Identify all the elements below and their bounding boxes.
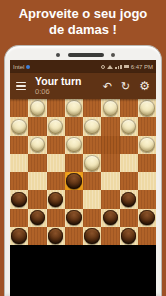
square-6-3[interactable]	[65, 209, 83, 227]
square-0-0[interactable]	[10, 99, 28, 117]
menu-icon[interactable]	[16, 82, 26, 91]
square-5-0[interactable]	[10, 190, 28, 208]
square-4-6[interactable]	[120, 172, 138, 190]
square-5-5[interactable]	[101, 190, 119, 208]
square-3-3[interactable]	[65, 154, 83, 172]
square-1-4[interactable]	[83, 117, 101, 135]
square-4-1[interactable]	[28, 172, 46, 190]
checker-piece-light[interactable]	[103, 100, 119, 116]
checker-piece-dark[interactable]	[66, 173, 82, 189]
redo-icon[interactable]: ↻	[121, 81, 130, 92]
board	[10, 99, 156, 245]
square-4-0[interactable]	[10, 172, 28, 190]
square-7-1[interactable]	[28, 227, 46, 245]
square-0-6[interactable]	[120, 99, 138, 117]
square-4-7[interactable]	[138, 172, 156, 190]
square-0-7[interactable]	[138, 99, 156, 117]
checker-piece-dark[interactable]	[48, 192, 64, 208]
checker-piece-light[interactable]	[66, 137, 82, 153]
square-1-5[interactable]	[101, 117, 119, 135]
square-7-4[interactable]	[83, 227, 101, 245]
checker-piece-dark[interactable]	[103, 210, 119, 226]
checker-piece-light[interactable]	[30, 137, 46, 153]
turn-title: Your turn	[35, 76, 103, 87]
checker-piece-dark[interactable]	[121, 228, 137, 244]
square-6-5[interactable]	[101, 209, 119, 227]
square-7-7[interactable]	[138, 227, 156, 245]
square-6-7[interactable]	[138, 209, 156, 227]
alarm-icon	[101, 65, 105, 69]
square-6-1[interactable]	[28, 209, 46, 227]
square-0-2[interactable]	[47, 99, 65, 117]
square-3-7[interactable]	[138, 154, 156, 172]
checker-piece-light[interactable]	[66, 100, 82, 116]
checker-piece-light[interactable]	[84, 155, 100, 171]
square-0-5[interactable]	[101, 99, 119, 117]
square-5-2[interactable]	[47, 190, 65, 208]
square-5-1[interactable]	[28, 190, 46, 208]
square-7-0[interactable]	[10, 227, 28, 245]
headline: Aproveite o seu jogo de damas !	[0, 6, 166, 38]
checker-piece-dark[interactable]	[11, 192, 27, 208]
square-4-4[interactable]	[83, 172, 101, 190]
earpiece-speaker	[68, 53, 104, 57]
clock-label: 6:47 PM	[131, 64, 153, 70]
front-camera-dot	[56, 53, 60, 57]
checker-piece-dark[interactable]	[30, 210, 46, 226]
headline-line-2: de damas !	[0, 22, 166, 38]
square-2-3[interactable]	[65, 136, 83, 154]
checker-piece-light[interactable]	[121, 119, 137, 135]
checker-piece-light[interactable]	[139, 100, 155, 116]
checker-piece-light[interactable]	[11, 119, 27, 135]
square-2-7[interactable]	[138, 136, 156, 154]
battery-icon	[124, 65, 129, 69]
square-2-4[interactable]	[83, 136, 101, 154]
square-4-2[interactable]	[47, 172, 65, 190]
wifi-icon	[107, 65, 113, 69]
square-3-4[interactable]	[83, 154, 101, 172]
checker-piece-dark[interactable]	[66, 210, 82, 226]
square-5-7[interactable]	[138, 190, 156, 208]
checker-piece-light[interactable]	[30, 100, 46, 116]
square-5-6[interactable]	[120, 190, 138, 208]
square-1-2[interactable]	[47, 117, 65, 135]
square-1-7[interactable]	[138, 117, 156, 135]
square-1-3[interactable]	[65, 117, 83, 135]
square-2-1[interactable]	[28, 136, 46, 154]
checker-piece-light[interactable]	[48, 119, 64, 135]
sensor-dot	[111, 53, 115, 57]
phone-mockup: Intel 6:47 PM Your turn 0:06	[4, 45, 162, 296]
square-3-2[interactable]	[47, 154, 65, 172]
status-bar: Intel 6:47 PM	[10, 60, 156, 73]
square-3-5[interactable]	[101, 154, 119, 172]
square-6-6[interactable]	[120, 209, 138, 227]
square-5-4[interactable]	[83, 190, 101, 208]
square-1-1[interactable]	[28, 117, 46, 135]
checker-piece-dark[interactable]	[139, 210, 155, 226]
square-2-6[interactable]	[120, 136, 138, 154]
square-2-0[interactable]	[10, 136, 28, 154]
checker-piece-dark[interactable]	[11, 228, 27, 244]
square-6-4[interactable]	[83, 209, 101, 227]
square-2-2[interactable]	[47, 136, 65, 154]
square-2-5[interactable]	[101, 136, 119, 154]
phone-screen: Intel 6:47 PM Your turn 0:06	[10, 60, 156, 296]
square-0-3[interactable]	[65, 99, 83, 117]
screen-bottom-black-area	[10, 245, 156, 296]
square-3-0[interactable]	[10, 154, 28, 172]
square-3-6[interactable]	[120, 154, 138, 172]
square-1-0[interactable]	[10, 117, 28, 135]
turn-timer: 0:06	[35, 87, 103, 96]
square-6-2[interactable]	[47, 209, 65, 227]
square-0-4[interactable]	[83, 99, 101, 117]
square-7-2[interactable]	[47, 227, 65, 245]
square-7-5[interactable]	[101, 227, 119, 245]
square-0-1[interactable]	[28, 99, 46, 117]
settings-gear-icon[interactable]: ⚙	[139, 81, 150, 92]
notification-dot-icon	[26, 65, 30, 69]
square-4-5[interactable]	[101, 172, 119, 190]
square-1-6[interactable]	[120, 117, 138, 135]
checker-piece-dark[interactable]	[121, 192, 137, 208]
checker-piece-dark[interactable]	[48, 228, 64, 244]
square-4-3[interactable]	[65, 172, 83, 190]
square-6-0[interactable]	[10, 209, 28, 227]
promo-background: Aproveite o seu jogo de damas ! Intel 6:…	[0, 0, 166, 296]
checker-piece-dark[interactable]	[84, 228, 100, 244]
carrier-label: Intel	[13, 64, 24, 70]
square-3-1[interactable]	[28, 154, 46, 172]
square-7-6[interactable]	[120, 227, 138, 245]
checker-piece-light[interactable]	[84, 119, 100, 135]
signal-icon	[115, 65, 122, 69]
square-7-3[interactable]	[65, 227, 83, 245]
undo-icon[interactable]: ↶	[103, 81, 112, 92]
app-bar: Your turn 0:06 ↶ ↻ ⚙	[10, 73, 156, 99]
checker-piece-light[interactable]	[139, 137, 155, 153]
headline-line-1: Aproveite o seu jogo	[0, 6, 166, 22]
square-5-3[interactable]	[65, 190, 83, 208]
